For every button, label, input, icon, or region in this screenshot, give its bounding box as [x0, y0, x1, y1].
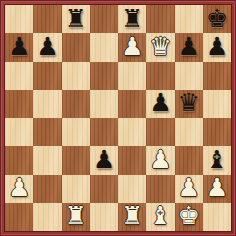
square-b8[interactable]: [33, 5, 61, 33]
square-h6[interactable]: [203, 62, 231, 90]
piece-white-queen[interactable]: ♛: [149, 34, 171, 61]
square-f1[interactable]: ♝: [146, 203, 174, 231]
square-d4[interactable]: [90, 118, 118, 146]
square-d1[interactable]: [90, 203, 118, 231]
square-a5[interactable]: [5, 90, 33, 118]
square-e8[interactable]: ♜: [118, 5, 146, 33]
square-a2[interactable]: ♟: [5, 175, 33, 203]
piece-black-pawn[interactable]: ♟: [93, 147, 115, 174]
square-f7[interactable]: ♛: [146, 33, 174, 61]
square-d8[interactable]: [90, 5, 118, 33]
square-b5[interactable]: [33, 90, 61, 118]
square-e2[interactable]: [118, 175, 146, 203]
square-h1[interactable]: [203, 203, 231, 231]
piece-black-pawn[interactable]: ♟: [206, 34, 228, 61]
square-h7[interactable]: ♟: [203, 33, 231, 61]
board-frame: ♜♜♚♟♟♟♛♟♟♟♛♟♟♝♟♟♟♜♜♝♚: [0, 0, 236, 236]
square-h8[interactable]: ♚: [203, 5, 231, 33]
square-h2[interactable]: ♟: [203, 175, 231, 203]
piece-black-pawn[interactable]: ♟: [149, 90, 171, 117]
piece-white-bishop[interactable]: ♝: [149, 203, 171, 230]
square-b1[interactable]: [33, 203, 61, 231]
chess-board: ♜♜♚♟♟♟♛♟♟♟♛♟♟♝♟♟♟♜♜♝♚: [5, 5, 231, 231]
square-a6[interactable]: [5, 62, 33, 90]
square-c1[interactable]: ♜: [62, 203, 90, 231]
piece-white-king[interactable]: ♚: [177, 203, 199, 230]
square-e5[interactable]: [118, 90, 146, 118]
square-g2[interactable]: ♟: [175, 175, 203, 203]
square-g5[interactable]: ♛: [175, 90, 203, 118]
square-c6[interactable]: [62, 62, 90, 90]
piece-white-pawn[interactable]: ♟: [8, 175, 30, 202]
piece-black-pawn[interactable]: ♟: [177, 34, 199, 61]
square-g7[interactable]: ♟: [175, 33, 203, 61]
square-g8[interactable]: [175, 5, 203, 33]
piece-black-pawn[interactable]: ♟: [8, 34, 30, 61]
piece-black-pawn[interactable]: ♟: [36, 34, 58, 61]
piece-white-pawn[interactable]: ♟: [121, 34, 143, 61]
square-g1[interactable]: ♚: [175, 203, 203, 231]
square-b6[interactable]: [33, 62, 61, 90]
piece-black-bishop[interactable]: ♝: [206, 147, 228, 174]
square-e4[interactable]: [118, 118, 146, 146]
square-d6[interactable]: [90, 62, 118, 90]
square-d2[interactable]: [90, 175, 118, 203]
square-f8[interactable]: [146, 5, 174, 33]
square-h4[interactable]: [203, 118, 231, 146]
square-h5[interactable]: [203, 90, 231, 118]
piece-white-rook[interactable]: ♜: [64, 203, 86, 230]
square-g4[interactable]: [175, 118, 203, 146]
piece-white-pawn[interactable]: ♟: [206, 175, 228, 202]
square-a3[interactable]: [5, 146, 33, 174]
square-c4[interactable]: [62, 118, 90, 146]
square-e7[interactable]: ♟: [118, 33, 146, 61]
square-a7[interactable]: ♟: [5, 33, 33, 61]
square-b2[interactable]: [33, 175, 61, 203]
square-e3[interactable]: [118, 146, 146, 174]
piece-white-pawn[interactable]: ♟: [149, 147, 171, 174]
square-e1[interactable]: ♜: [118, 203, 146, 231]
square-c7[interactable]: [62, 33, 90, 61]
square-d3[interactable]: ♟: [90, 146, 118, 174]
square-f4[interactable]: [146, 118, 174, 146]
square-a1[interactable]: [5, 203, 33, 231]
piece-black-king[interactable]: ♚: [206, 6, 228, 33]
square-a8[interactable]: [5, 5, 33, 33]
square-e6[interactable]: [118, 62, 146, 90]
piece-white-rook[interactable]: ♜: [121, 203, 143, 230]
square-f5[interactable]: ♟: [146, 90, 174, 118]
square-c5[interactable]: [62, 90, 90, 118]
piece-black-queen[interactable]: ♛: [177, 90, 199, 117]
square-h3[interactable]: ♝: [203, 146, 231, 174]
square-f2[interactable]: [146, 175, 174, 203]
square-f3[interactable]: ♟: [146, 146, 174, 174]
piece-black-rook[interactable]: ♜: [121, 6, 143, 33]
square-f6[interactable]: [146, 62, 174, 90]
square-d7[interactable]: [90, 33, 118, 61]
square-c3[interactable]: [62, 146, 90, 174]
square-a4[interactable]: [5, 118, 33, 146]
square-b3[interactable]: [33, 146, 61, 174]
square-c2[interactable]: [62, 175, 90, 203]
square-c8[interactable]: ♜: [62, 5, 90, 33]
piece-white-pawn[interactable]: ♟: [177, 175, 199, 202]
piece-black-rook[interactable]: ♜: [64, 6, 86, 33]
square-b7[interactable]: ♟: [33, 33, 61, 61]
square-b4[interactable]: [33, 118, 61, 146]
square-g6[interactable]: [175, 62, 203, 90]
square-g3[interactable]: [175, 146, 203, 174]
square-d5[interactable]: [90, 90, 118, 118]
